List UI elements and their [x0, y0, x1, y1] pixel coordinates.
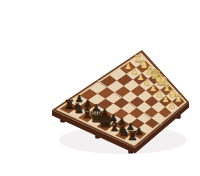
black-rook: ♜ [127, 128, 138, 143]
chess-board: ♜♞♝♛♚♝♞♜♟♟♟♟♟♟♟♟♟♟♟♟♟♟♟♟♜♞♝♛♚♝♞♜ [40, 16, 200, 176]
chess-set-product-photo: ♜♞♝♛♚♝♞♜♟♟♟♟♟♟♟♟♟♟♟♟♟♟♟♟♜♞♝♛♚♝♞♜ [40, 16, 200, 176]
board-scene-svg: ♜♞♝♛♚♝♞♜♟♟♟♟♟♟♟♟♟♟♟♟♟♟♟♟♜♞♝♛♚♝♞♜ [40, 16, 200, 176]
white-pawn: ♟ [168, 101, 175, 110]
